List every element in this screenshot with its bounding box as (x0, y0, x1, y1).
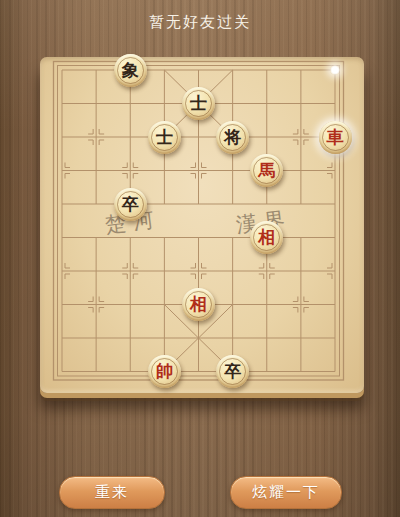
piece-black-将[interactable]: 将 (216, 121, 249, 154)
piece-red-相[interactable]: 相 (182, 288, 215, 321)
piece-black-卒[interactable]: 卒 (216, 355, 249, 388)
piece-black-士[interactable]: 士 (148, 121, 181, 154)
pieces-layer: 象士士将車馬卒相相帥卒 (40, 57, 364, 393)
piece-red-相[interactable]: 相 (250, 221, 283, 254)
piece-black-象[interactable]: 象 (114, 54, 147, 87)
piece-red-帥[interactable]: 帥 (148, 355, 181, 388)
piece-black-卒[interactable]: 卒 (114, 188, 147, 221)
page-title: 暂无好友过关 (0, 13, 400, 32)
piece-red-車[interactable]: 車 (319, 121, 352, 154)
screen: 暂无好友过关 楚河 漢界 象士士将車馬卒相相帥卒 重来 炫耀一下 (0, 0, 400, 517)
last-move-marker (330, 65, 340, 75)
show-off-button[interactable]: 炫耀一下 (230, 476, 342, 509)
restart-button[interactable]: 重来 (59, 476, 165, 509)
piece-red-馬[interactable]: 馬 (250, 154, 283, 187)
xiangqi-board[interactable]: 楚河 漢界 象士士将車馬卒相相帥卒 (40, 57, 364, 393)
piece-black-士[interactable]: 士 (182, 87, 215, 120)
